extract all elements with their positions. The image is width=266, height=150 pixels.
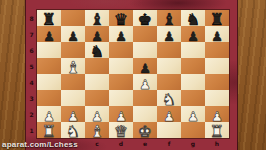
white-knight-icon: ♞ bbox=[61, 124, 85, 140]
square-e2[interactable] bbox=[133, 106, 157, 122]
square-a7[interactable]: ♟ bbox=[37, 26, 61, 42]
square-e5[interactable]: ♟ bbox=[133, 58, 157, 74]
white-rook-icon: ♜ bbox=[37, 124, 61, 140]
square-f3[interactable]: ♞ bbox=[157, 90, 181, 106]
square-d1[interactable]: ♛ bbox=[109, 122, 133, 138]
square-b5[interactable]: ♝ bbox=[61, 58, 85, 74]
square-g7[interactable]: ♟ bbox=[181, 26, 205, 42]
square-e8[interactable]: ♚ bbox=[133, 10, 157, 26]
square-h5[interactable] bbox=[205, 58, 229, 74]
square-b6[interactable] bbox=[61, 42, 85, 58]
white-bishop-icon: ♝ bbox=[85, 124, 109, 140]
square-h6[interactable] bbox=[205, 42, 229, 58]
rank-label-5: 5 bbox=[26, 58, 37, 74]
square-b8[interactable] bbox=[61, 10, 85, 26]
square-h7[interactable]: ♟ bbox=[205, 26, 229, 42]
square-b2[interactable]: ♟ bbox=[61, 106, 85, 122]
square-e4[interactable]: ♟ bbox=[133, 74, 157, 90]
square-b7[interactable]: ♟ bbox=[61, 26, 85, 42]
square-f2[interactable]: ♟ bbox=[157, 106, 181, 122]
file-label-g: g bbox=[181, 139, 205, 148]
square-g2[interactable]: ♟ bbox=[181, 106, 205, 122]
square-b4[interactable] bbox=[61, 74, 85, 90]
square-c8[interactable]: ♝ bbox=[85, 10, 109, 26]
square-f7[interactable]: ♟ bbox=[157, 26, 181, 42]
video-frame: 87654321 ♜♝♛♚♝♞♜♟♟♟♟♟♟♟♞♝♟♟♞♟♟♟♟♟♟♟♜♞♝♛♚… bbox=[0, 0, 266, 150]
rank-label-1: 1 bbox=[26, 122, 37, 138]
square-g6[interactable] bbox=[181, 42, 205, 58]
square-g4[interactable] bbox=[181, 74, 205, 90]
white-rook-icon: ♜ bbox=[205, 124, 229, 140]
square-b1[interactable]: ♞ bbox=[61, 122, 85, 138]
white-king-icon: ♚ bbox=[133, 124, 157, 140]
square-c5[interactable] bbox=[85, 58, 109, 74]
file-label-f: f bbox=[157, 139, 181, 148]
square-d5[interactable] bbox=[109, 58, 133, 74]
square-d4[interactable] bbox=[109, 74, 133, 90]
square-h8[interactable]: ♜ bbox=[205, 10, 229, 26]
square-a1[interactable]: ♜ bbox=[37, 122, 61, 138]
square-f4[interactable] bbox=[157, 74, 181, 90]
square-d8[interactable]: ♛ bbox=[109, 10, 133, 26]
square-d2[interactable]: ♟ bbox=[109, 106, 133, 122]
square-g8[interactable]: ♞ bbox=[181, 10, 205, 26]
square-a3[interactable] bbox=[37, 90, 61, 106]
file-label-c: c bbox=[85, 139, 109, 148]
square-f5[interactable] bbox=[157, 58, 181, 74]
square-d7[interactable]: ♟ bbox=[109, 26, 133, 42]
square-g3[interactable] bbox=[181, 90, 205, 106]
rank-label-4: 4 bbox=[26, 74, 37, 90]
square-a6[interactable] bbox=[37, 42, 61, 58]
watermark-text: aparat.com/Lchess bbox=[2, 140, 78, 149]
rank-label-2: 2 bbox=[26, 106, 37, 122]
square-c2[interactable]: ♟ bbox=[85, 106, 109, 122]
file-label-d: d bbox=[109, 139, 133, 148]
square-f1[interactable] bbox=[157, 122, 181, 138]
square-c6[interactable]: ♞ bbox=[85, 42, 109, 58]
chess-board[interactable]: ♜♝♛♚♝♞♜♟♟♟♟♟♟♟♞♝♟♟♞♟♟♟♟♟♟♟♜♞♝♛♚♜ bbox=[37, 10, 229, 138]
square-h2[interactable]: ♟ bbox=[205, 106, 229, 122]
rank-label-7: 7 bbox=[26, 26, 37, 42]
file-label-h: h bbox=[205, 139, 229, 148]
square-a4[interactable] bbox=[37, 74, 61, 90]
square-f6[interactable] bbox=[157, 42, 181, 58]
square-c7[interactable]: ♟ bbox=[85, 26, 109, 42]
white-queen-icon: ♛ bbox=[109, 124, 133, 140]
rank-label-3: 3 bbox=[26, 90, 37, 106]
square-h3[interactable] bbox=[205, 90, 229, 106]
square-e7[interactable] bbox=[133, 26, 157, 42]
square-f8[interactable]: ♝ bbox=[157, 10, 181, 26]
square-a5[interactable] bbox=[37, 58, 61, 74]
square-h1[interactable]: ♜ bbox=[205, 122, 229, 138]
file-label-e: e bbox=[133, 139, 157, 148]
square-e3[interactable] bbox=[133, 90, 157, 106]
rank-labels: 87654321 bbox=[26, 10, 37, 138]
square-g1[interactable] bbox=[181, 122, 205, 138]
square-b3[interactable] bbox=[61, 90, 85, 106]
square-c1[interactable]: ♝ bbox=[85, 122, 109, 138]
square-a8[interactable]: ♜ bbox=[37, 10, 61, 26]
square-e6[interactable] bbox=[133, 42, 157, 58]
square-d6[interactable] bbox=[109, 42, 133, 58]
square-c4[interactable] bbox=[85, 74, 109, 90]
square-c3[interactable] bbox=[85, 90, 109, 106]
square-a2[interactable]: ♟ bbox=[37, 106, 61, 122]
square-h4[interactable] bbox=[205, 74, 229, 90]
board-frame: 87654321 ♜♝♛♚♝♞♜♟♟♟♟♟♟♟♞♝♟♟♞♟♟♟♟♟♟♟♜♞♝♛♚… bbox=[25, 0, 238, 150]
rank-label-6: 6 bbox=[26, 42, 37, 58]
square-e1[interactable]: ♚ bbox=[133, 122, 157, 138]
square-g5[interactable] bbox=[181, 58, 205, 74]
rank-label-8: 8 bbox=[26, 10, 37, 26]
square-d3[interactable] bbox=[109, 90, 133, 106]
